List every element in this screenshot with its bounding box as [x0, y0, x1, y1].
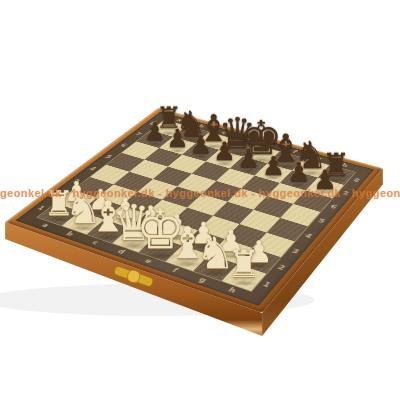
coord-label: g — [197, 276, 208, 283]
coord-label: 3 — [290, 248, 300, 255]
coord-label: 1 — [261, 281, 271, 288]
coord-label: c — [220, 130, 228, 134]
coord-label: h — [227, 287, 238, 295]
coord-label: 8 — [352, 178, 360, 183]
coord-label: b — [65, 231, 76, 237]
coord-label: d — [116, 248, 127, 255]
coord-label: f — [291, 150, 298, 154]
coord-label: 4 — [88, 166, 97, 171]
coord-label: e — [143, 258, 153, 265]
chess-set-photo: abcdefgh abcdefgh 87654321 87654321 ♜♞♝♛… — [0, 0, 400, 400]
coord-label: f — [171, 267, 180, 273]
coord-label: 6 — [329, 204, 338, 210]
coord-label: 1 — [36, 205, 46, 211]
coord-label: 5 — [104, 154, 113, 159]
coord-label: 5 — [317, 218, 326, 224]
coord-label: h — [340, 163, 348, 168]
coord-label: 2 — [276, 264, 286, 271]
coord-label: 7 — [134, 132, 143, 137]
coord-label: 6 — [119, 143, 128, 148]
coord-label: 3 — [71, 179, 81, 184]
coord-label: c — [90, 240, 100, 246]
coord-label: d — [243, 137, 251, 142]
coord-label: a — [40, 222, 50, 228]
coord-label: g — [315, 156, 323, 161]
coord-label: 4 — [304, 233, 313, 239]
coord-label: b — [197, 124, 205, 128]
coord-label: 8 — [148, 121, 156, 125]
coord-label: a — [175, 118, 183, 122]
watermark-text: geonkel.dk - hyggeonkel.dk - hyggeonkel.… — [0, 187, 400, 203]
coord-label: e — [267, 143, 275, 148]
